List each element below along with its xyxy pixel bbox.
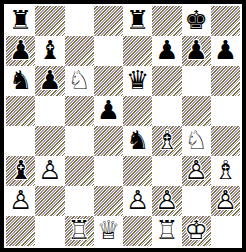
white-pawn-glyph: ♙: [211, 187, 240, 213]
black-king-glyph: ♚: [182, 7, 211, 33]
black-rook-piece: ♜♜: [123, 6, 152, 36]
white-rook-piece: ♜♖: [152, 216, 181, 246]
white-bishop-piece: ♝♗: [152, 126, 181, 156]
white-king-piece: ♚♔: [182, 216, 211, 246]
black-pawn-piece: ♟♟: [6, 36, 35, 66]
black-pawn-piece: ♟♟: [211, 36, 240, 66]
white-pawn-piece: ♟♙: [182, 156, 211, 186]
square-a8[interactable]: ♜♜: [6, 6, 35, 36]
square-c6[interactable]: ♞♘: [65, 66, 94, 96]
square-c4[interactable]: [65, 126, 94, 156]
square-d3[interactable]: [94, 156, 123, 186]
white-pawn-glyph: ♙: [35, 157, 64, 183]
black-bishop-piece: ♝♝: [35, 36, 64, 66]
white-rook-piece: ♜♖: [65, 216, 94, 246]
square-c5[interactable]: [65, 96, 94, 126]
chess-diagram: ♜♜♜♜♚♚♟♟♝♝♟♟♟♟♟♟♞♞♟♟♞♘♛♛♟♟♞♞♝♗♞♘♝♝♟♙♟♙♝♗…: [0, 0, 246, 252]
square-d4[interactable]: [94, 126, 123, 156]
white-queen-piece: ♛♕: [94, 216, 123, 246]
square-e7[interactable]: [123, 36, 152, 66]
black-rook-piece: ♜♜: [6, 6, 35, 36]
square-f8[interactable]: [152, 6, 181, 36]
black-bishop-glyph: ♝: [35, 37, 64, 63]
black-queen-glyph: ♛: [123, 67, 152, 93]
square-e3[interactable]: [123, 156, 152, 186]
square-a6[interactable]: ♞♞: [6, 66, 35, 96]
square-e8[interactable]: ♜♜: [123, 6, 152, 36]
black-knight-piece: ♞♞: [123, 126, 152, 156]
square-h2[interactable]: ♟♙: [211, 186, 240, 216]
white-pawn-piece: ♟♙: [6, 186, 35, 216]
square-d1[interactable]: ♛♕: [94, 216, 123, 246]
square-f2[interactable]: ♟♙: [152, 186, 181, 216]
square-a1[interactable]: [6, 216, 35, 246]
square-d2[interactable]: [94, 186, 123, 216]
square-f1[interactable]: ♜♖: [152, 216, 181, 246]
square-e4[interactable]: ♞♞: [123, 126, 152, 156]
white-queen-glyph: ♕: [94, 217, 123, 243]
white-pawn-glyph: ♙: [152, 187, 181, 213]
white-bishop-piece: ♝♗: [211, 156, 240, 186]
square-a3[interactable]: ♝♝: [6, 156, 35, 186]
square-b4[interactable]: [35, 126, 64, 156]
black-pawn-piece: ♟♟: [94, 96, 123, 126]
square-a7[interactable]: ♟♟: [6, 36, 35, 66]
white-knight-piece: ♞♘: [65, 66, 94, 96]
black-bishop-piece: ♝♝: [6, 156, 35, 186]
black-pawn-glyph: ♟: [182, 37, 211, 63]
square-g1[interactable]: ♚♔: [182, 216, 211, 246]
square-d7[interactable]: [94, 36, 123, 66]
square-d8[interactable]: [94, 6, 123, 36]
square-b7[interactable]: ♝♝: [35, 36, 64, 66]
square-c3[interactable]: [65, 156, 94, 186]
square-b2[interactable]: [35, 186, 64, 216]
square-g8[interactable]: ♚♚: [182, 6, 211, 36]
white-pawn-piece: ♟♙: [152, 186, 181, 216]
square-c1[interactable]: ♜♖: [65, 216, 94, 246]
white-king-glyph: ♔: [182, 217, 211, 243]
square-c2[interactable]: [65, 186, 94, 216]
square-h1[interactable]: [211, 216, 240, 246]
white-knight-piece: ♞♘: [182, 126, 211, 156]
square-g6[interactable]: [182, 66, 211, 96]
black-pawn-glyph: ♟: [94, 97, 123, 123]
white-bishop-glyph: ♗: [211, 157, 240, 183]
square-f4[interactable]: ♝♗: [152, 126, 181, 156]
square-h7[interactable]: ♟♟: [211, 36, 240, 66]
white-knight-glyph: ♘: [182, 127, 211, 153]
white-pawn-piece: ♟♙: [35, 156, 64, 186]
chess-board: ♜♜♜♜♚♚♟♟♝♝♟♟♟♟♟♟♞♞♟♟♞♘♛♛♟♟♞♞♝♗♞♘♝♝♟♙♟♙♝♗…: [6, 6, 240, 246]
square-e1[interactable]: [123, 216, 152, 246]
square-a4[interactable]: [6, 126, 35, 156]
white-rook-glyph: ♖: [65, 217, 94, 243]
white-pawn-piece: ♟♙: [123, 186, 152, 216]
square-h4[interactable]: [211, 126, 240, 156]
black-knight-piece: ♞♞: [6, 66, 35, 96]
square-g4[interactable]: ♞♘: [182, 126, 211, 156]
square-c7[interactable]: [65, 36, 94, 66]
square-b1[interactable]: [35, 216, 64, 246]
square-f6[interactable]: [152, 66, 181, 96]
square-e5[interactable]: [123, 96, 152, 126]
white-pawn-glyph: ♙: [6, 187, 35, 213]
black-pawn-glyph: ♟: [6, 37, 35, 63]
square-b6[interactable]: ♟♟: [35, 66, 64, 96]
square-e2[interactable]: ♟♙: [123, 186, 152, 216]
square-a5[interactable]: [6, 96, 35, 126]
square-b8[interactable]: [35, 6, 64, 36]
square-d5[interactable]: ♟♟: [94, 96, 123, 126]
black-knight-glyph: ♞: [123, 127, 152, 153]
white-pawn-piece: ♟♙: [211, 186, 240, 216]
white-pawn-glyph: ♙: [182, 157, 211, 183]
square-a2[interactable]: ♟♙: [6, 186, 35, 216]
black-queen-piece: ♛♛: [123, 66, 152, 96]
square-b3[interactable]: ♟♙: [35, 156, 64, 186]
white-pawn-glyph: ♙: [123, 187, 152, 213]
square-g7[interactable]: ♟♟: [182, 36, 211, 66]
square-g2[interactable]: [182, 186, 211, 216]
square-f3[interactable]: [152, 156, 181, 186]
black-bishop-glyph: ♝: [6, 157, 35, 183]
square-f5[interactable]: [152, 96, 181, 126]
square-g5[interactable]: [182, 96, 211, 126]
square-c8[interactable]: [65, 6, 94, 36]
square-h5[interactable]: [211, 96, 240, 126]
black-rook-glyph: ♜: [6, 7, 35, 33]
square-h3[interactable]: ♝♗: [211, 156, 240, 186]
square-h8[interactable]: [211, 6, 240, 36]
square-e6[interactable]: ♛♛: [123, 66, 152, 96]
white-bishop-glyph: ♗: [152, 127, 181, 153]
square-d6[interactable]: [94, 66, 123, 96]
black-pawn-piece: ♟♟: [35, 66, 64, 96]
square-g3[interactable]: ♟♙: [182, 156, 211, 186]
black-rook-glyph: ♜: [123, 7, 152, 33]
black-pawn-piece: ♟♟: [152, 36, 181, 66]
black-pawn-piece: ♟♟: [182, 36, 211, 66]
black-pawn-glyph: ♟: [35, 67, 64, 93]
white-knight-glyph: ♘: [65, 67, 94, 93]
square-f7[interactable]: ♟♟: [152, 36, 181, 66]
black-pawn-glyph: ♟: [152, 37, 181, 63]
square-b5[interactable]: [35, 96, 64, 126]
black-king-piece: ♚♚: [182, 6, 211, 36]
black-knight-glyph: ♞: [6, 67, 35, 93]
black-pawn-glyph: ♟: [211, 37, 240, 63]
white-rook-glyph: ♖: [152, 217, 181, 243]
square-h6[interactable]: [211, 66, 240, 96]
